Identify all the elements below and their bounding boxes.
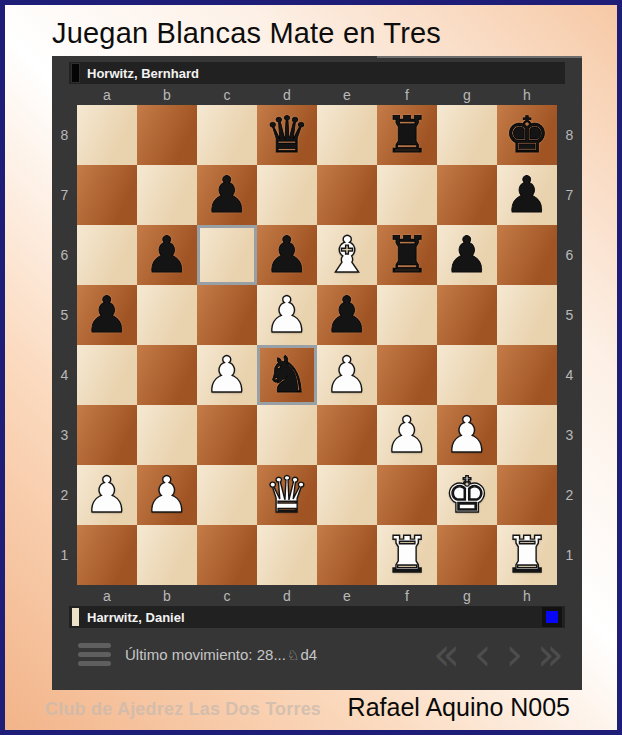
square-b3[interactable] xyxy=(137,405,197,465)
square-f1[interactable]: ♜ xyxy=(377,525,437,585)
move-navigation: « ‹ › » xyxy=(433,632,564,676)
square-d8[interactable]: ♛ xyxy=(257,105,317,165)
square-a3[interactable] xyxy=(77,405,137,465)
rank-label-7: 7 xyxy=(557,187,582,203)
file-labels-bottom: abcdefgh xyxy=(77,585,557,606)
square-g4[interactable] xyxy=(437,345,497,405)
file-label-g: g xyxy=(437,87,497,103)
square-h7[interactable]: ♟ xyxy=(497,165,557,225)
square-h6[interactable] xyxy=(497,225,557,285)
control-bar: Último movimiento: 28...♘d4 « ‹ › » xyxy=(52,628,582,680)
piece-white-pawn: ♟ xyxy=(205,346,250,404)
square-h4[interactable] xyxy=(497,345,557,405)
white-color-chip xyxy=(72,608,79,626)
square-h8[interactable]: ♚ xyxy=(497,105,557,165)
rank-label-6: 6 xyxy=(557,247,582,263)
file-label-c: c xyxy=(197,87,257,103)
file-label-c: c xyxy=(197,588,257,604)
puzzle-title: Juegan Blancas Mate en Tres xyxy=(52,17,441,50)
last-move-label: Último movimiento: 28... xyxy=(125,646,286,663)
file-label-b: b xyxy=(137,87,197,103)
square-g8[interactable] xyxy=(437,105,497,165)
square-f4[interactable] xyxy=(377,345,437,405)
turn-indicator xyxy=(542,607,562,627)
file-label-e: e xyxy=(317,588,377,604)
square-b8[interactable] xyxy=(137,105,197,165)
panel-top-divider xyxy=(377,56,582,58)
square-g1[interactable] xyxy=(437,525,497,585)
square-f5[interactable] xyxy=(377,285,437,345)
square-c8[interactable] xyxy=(197,105,257,165)
square-a1[interactable] xyxy=(77,525,137,585)
square-c3[interactable] xyxy=(197,405,257,465)
file-label-e: e xyxy=(317,87,377,103)
square-e7[interactable] xyxy=(317,165,377,225)
board-strip: 87654321 ♛♜♚♟♟♟♟♝♜♟♟♟♟♟♞♟♟♟♟♟♛♚♜♜ 876543… xyxy=(52,105,582,585)
square-c2[interactable] xyxy=(197,465,257,525)
square-a7[interactable] xyxy=(77,165,137,225)
piece-black-rook: ♜ xyxy=(385,106,430,164)
rank-label-2: 2 xyxy=(52,487,77,503)
rank-label-4: 4 xyxy=(557,367,582,383)
piece-white-pawn: ♟ xyxy=(325,346,370,404)
piece-white-pawn: ♟ xyxy=(265,286,310,344)
rank-label-5: 5 xyxy=(557,307,582,323)
square-a2[interactable]: ♟ xyxy=(77,465,137,525)
rank-label-8: 8 xyxy=(52,127,77,143)
rank-labels-right: 87654321 xyxy=(557,105,582,585)
square-b1[interactable] xyxy=(137,525,197,585)
square-h2[interactable] xyxy=(497,465,557,525)
file-label-f: f xyxy=(377,588,437,604)
square-c5[interactable] xyxy=(197,285,257,345)
square-b2[interactable]: ♟ xyxy=(137,465,197,525)
file-label-a: a xyxy=(77,87,137,103)
piece-white-pawn: ♟ xyxy=(445,406,490,464)
piece-white-queen: ♛ xyxy=(265,466,310,524)
square-e6[interactable]: ♝ xyxy=(317,225,377,285)
square-b5[interactable] xyxy=(137,285,197,345)
piece-black-pawn: ♟ xyxy=(265,226,310,284)
piece-black-knight: ♞ xyxy=(265,346,310,404)
square-g2[interactable]: ♚ xyxy=(437,465,497,525)
file-label-h: h xyxy=(497,87,557,103)
square-e2[interactable] xyxy=(317,465,377,525)
square-c6[interactable] xyxy=(197,225,257,285)
square-c7[interactable]: ♟ xyxy=(197,165,257,225)
square-a8[interactable] xyxy=(77,105,137,165)
chess-app-panel: Horwitz, Bernhard abcdefgh 87654321 ♛♜♚♟… xyxy=(52,56,582,690)
file-label-h: h xyxy=(497,588,557,604)
square-d3[interactable] xyxy=(257,405,317,465)
square-a6[interactable] xyxy=(77,225,137,285)
square-d4[interactable]: ♞ xyxy=(257,345,317,405)
author-credit: Rafael Aquino N005 xyxy=(348,693,570,722)
square-d5[interactable]: ♟ xyxy=(257,285,317,345)
square-f6[interactable]: ♜ xyxy=(377,225,437,285)
piece-black-king: ♚ xyxy=(505,106,550,164)
club-watermark: Club de Ajedrez Las Dos Torres xyxy=(45,699,321,720)
piece-black-queen: ♛ xyxy=(265,106,310,164)
file-label-a: a xyxy=(77,588,137,604)
square-e1[interactable] xyxy=(317,525,377,585)
piece-black-pawn: ♟ xyxy=(205,166,250,224)
rank-label-3: 3 xyxy=(557,427,582,443)
square-e4[interactable]: ♟ xyxy=(317,345,377,405)
piece-white-pawn: ♟ xyxy=(385,406,430,464)
piece-black-pawn: ♟ xyxy=(145,226,190,284)
menu-button[interactable] xyxy=(78,643,111,666)
rank-label-2: 2 xyxy=(557,487,582,503)
square-h3[interactable] xyxy=(497,405,557,465)
square-e8[interactable] xyxy=(317,105,377,165)
bottom-player-name: Harrwitz, Daniel xyxy=(87,610,185,625)
bottom-player-bar: Harrwitz, Daniel xyxy=(69,606,565,628)
square-e5[interactable]: ♟ xyxy=(317,285,377,345)
file-label-b: b xyxy=(137,588,197,604)
rank-label-1: 1 xyxy=(52,547,77,563)
piece-white-pawn: ♟ xyxy=(85,466,130,524)
nav-last-button[interactable]: » xyxy=(537,631,564,677)
square-f8[interactable]: ♜ xyxy=(377,105,437,165)
piece-black-rook: ♜ xyxy=(385,226,430,284)
piece-white-pawn: ♟ xyxy=(145,466,190,524)
rank-label-4: 4 xyxy=(52,367,77,383)
square-b4[interactable] xyxy=(137,345,197,405)
square-a4[interactable] xyxy=(77,345,137,405)
top-player-bar: Horwitz, Bernhard xyxy=(69,62,565,84)
square-h5[interactable] xyxy=(497,285,557,345)
nav-first-button[interactable]: « xyxy=(433,631,460,677)
knight-icon: ♘ xyxy=(287,647,300,663)
turn-indicator-dot xyxy=(546,611,558,623)
square-c1[interactable] xyxy=(197,525,257,585)
square-g6[interactable]: ♟ xyxy=(437,225,497,285)
rank-label-6: 6 xyxy=(52,247,77,263)
file-label-f: f xyxy=(377,87,437,103)
file-label-d: d xyxy=(257,588,317,604)
square-d2[interactable]: ♛ xyxy=(257,465,317,525)
chess-board: ♛♜♚♟♟♟♟♝♜♟♟♟♟♟♞♟♟♟♟♟♛♚♜♜ xyxy=(77,105,557,585)
top-player-name: Horwitz, Bernhard xyxy=(87,66,199,81)
rank-label-1: 1 xyxy=(557,547,582,563)
rank-label-7: 7 xyxy=(52,187,77,203)
square-c4[interactable]: ♟ xyxy=(197,345,257,405)
piece-black-pawn: ♟ xyxy=(85,286,130,344)
piece-black-pawn: ♟ xyxy=(445,226,490,284)
piece-white-bishop: ♝ xyxy=(325,226,370,284)
square-g5[interactable] xyxy=(437,285,497,345)
square-h1[interactable]: ♜ xyxy=(497,525,557,585)
piece-white-king: ♚ xyxy=(445,466,490,524)
square-d6[interactable]: ♟ xyxy=(257,225,317,285)
square-d1[interactable] xyxy=(257,525,317,585)
last-move-square: d4 xyxy=(300,646,317,663)
last-move-text: Último movimiento: 28...♘d4 xyxy=(125,646,317,663)
square-f3[interactable]: ♟ xyxy=(377,405,437,465)
file-label-g: g xyxy=(437,588,497,604)
square-g7[interactable] xyxy=(437,165,497,225)
rank-label-8: 8 xyxy=(557,127,582,143)
square-b7[interactable] xyxy=(137,165,197,225)
square-f2[interactable] xyxy=(377,465,437,525)
square-e3[interactable] xyxy=(317,405,377,465)
square-d7[interactable] xyxy=(257,165,317,225)
square-a5[interactable]: ♟ xyxy=(77,285,137,345)
square-f7[interactable] xyxy=(377,165,437,225)
black-color-chip xyxy=(72,64,79,82)
rank-label-3: 3 xyxy=(52,427,77,443)
piece-black-pawn: ♟ xyxy=(325,286,370,344)
square-g3[interactable]: ♟ xyxy=(437,405,497,465)
rank-labels-left: 87654321 xyxy=(52,105,77,585)
file-label-d: d xyxy=(257,87,317,103)
square-b6[interactable]: ♟ xyxy=(137,225,197,285)
piece-black-pawn: ♟ xyxy=(505,166,550,224)
rank-label-5: 5 xyxy=(52,307,77,323)
piece-white-rook: ♜ xyxy=(505,526,550,584)
nav-prev-button[interactable]: ‹ xyxy=(474,631,492,677)
nav-next-button[interactable]: › xyxy=(505,631,523,677)
piece-white-rook: ♜ xyxy=(385,526,430,584)
file-labels-top: abcdefgh xyxy=(77,84,557,105)
